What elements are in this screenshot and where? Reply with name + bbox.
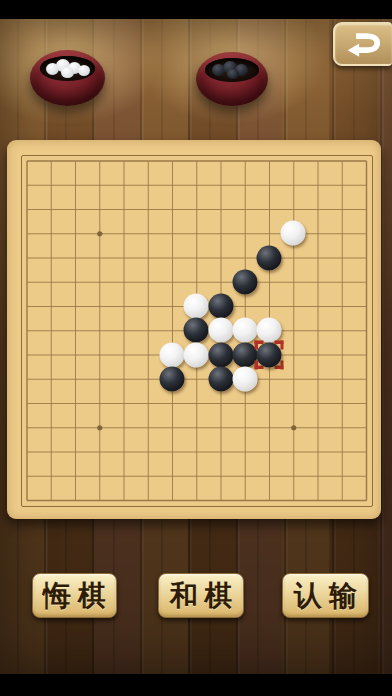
black-stone: [232, 269, 257, 294]
white-stone: [184, 342, 209, 367]
bottom-status-bar: [0, 674, 392, 696]
black-stone: [208, 342, 233, 367]
back-button[interactable]: [333, 22, 392, 66]
black-stone: [208, 366, 233, 391]
game-board[interactable]: [7, 140, 381, 519]
white-pebble: [61, 67, 74, 78]
white-stone: [232, 366, 257, 391]
black-stone-bowl: [196, 52, 268, 106]
white-stone-bowl: [30, 50, 105, 106]
draw-button[interactable]: 和棋: [158, 573, 244, 618]
black-stone: [208, 294, 233, 319]
black-pebble: [227, 69, 239, 79]
black-stone: [160, 366, 185, 391]
white-stone: [257, 318, 282, 343]
black-bowl-opening: [205, 58, 258, 82]
app-screen: 悔棋 和棋 认输: [0, 0, 392, 696]
top-status-bar: [0, 0, 392, 19]
white-stone: [232, 318, 257, 343]
white-stone: [184, 294, 209, 319]
black-stone: [257, 245, 282, 270]
return-arrow-icon: [344, 29, 384, 59]
white-stone: [281, 221, 306, 246]
black-stone: [257, 342, 282, 367]
undo-move-button[interactable]: 悔棋: [32, 573, 117, 618]
white-stone: [208, 318, 233, 343]
white-bowl-opening: [40, 56, 96, 81]
black-stone: [184, 318, 209, 343]
white-stone: [160, 342, 185, 367]
resign-button[interactable]: 认输: [282, 573, 369, 618]
white-pebble: [78, 65, 90, 76]
board-grid[interactable]: [27, 161, 367, 501]
black-stone: [232, 342, 257, 367]
